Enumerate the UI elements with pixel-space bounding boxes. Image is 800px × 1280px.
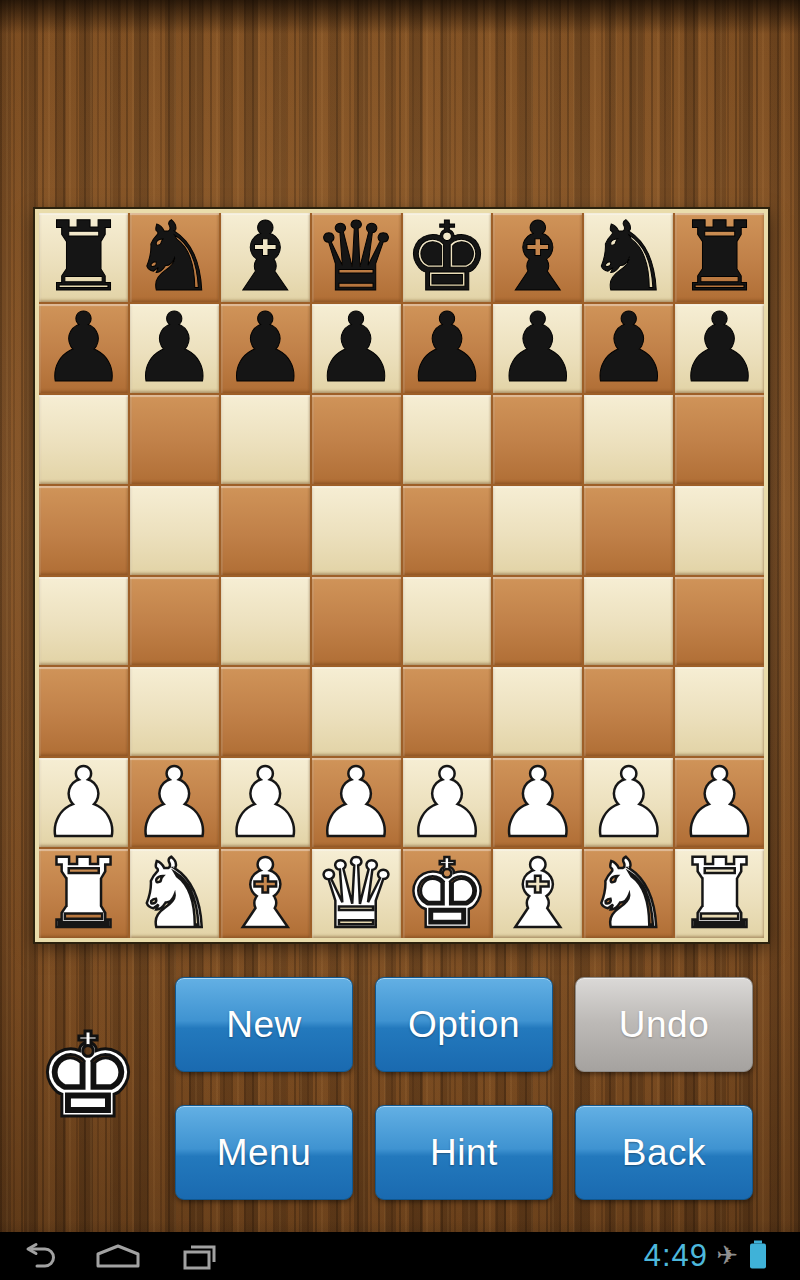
piece-black-knight: ♞ bbox=[131, 214, 217, 300]
option-button[interactable]: Option bbox=[375, 977, 553, 1072]
square-c4[interactable] bbox=[221, 577, 310, 666]
square-b6[interactable] bbox=[130, 395, 219, 484]
piece-white-pawn: ♟ bbox=[40, 760, 126, 846]
piece-white-pawn: ♟ bbox=[313, 760, 399, 846]
piece-black-pawn: ♟ bbox=[40, 305, 126, 391]
chess-board: ♜♞♝♛♚♝♞♜♟♟♟♟♟♟♟♟♟♟♟♟♟♟♟♟♜♞♝♛♚♝♞♜ bbox=[39, 213, 764, 938]
piece-white-pawn: ♟ bbox=[404, 760, 490, 846]
piece-black-bishop: ♝ bbox=[222, 214, 308, 300]
square-g3[interactable] bbox=[584, 667, 673, 756]
square-h6[interactable] bbox=[675, 395, 764, 484]
square-a7[interactable]: ♟ bbox=[39, 304, 128, 393]
piece-white-pawn: ♟ bbox=[495, 760, 581, 846]
square-h5[interactable] bbox=[675, 486, 764, 575]
square-b7[interactable]: ♟ bbox=[130, 304, 219, 393]
piece-white-bishop: ♝ bbox=[495, 851, 581, 937]
square-f4[interactable] bbox=[493, 577, 582, 666]
piece-white-rook: ♜ bbox=[677, 851, 763, 937]
app-root: { "game": "chess", "position": "rnbqkbnr… bbox=[0, 0, 800, 1280]
square-d4[interactable] bbox=[312, 577, 401, 666]
square-a6[interactable] bbox=[39, 395, 128, 484]
square-b4[interactable] bbox=[130, 577, 219, 666]
piece-black-king: ♚ bbox=[404, 214, 490, 300]
undo-button[interactable]: Undo bbox=[575, 977, 753, 1072]
airplane-mode-icon: ✈ bbox=[716, 1240, 738, 1270]
square-b5[interactable] bbox=[130, 486, 219, 575]
piece-white-pawn: ♟ bbox=[222, 760, 308, 846]
square-h4[interactable] bbox=[675, 577, 764, 666]
white-king-turn-indicator-icon: ♚ bbox=[36, 1026, 128, 1126]
piece-white-rook: ♜ bbox=[40, 851, 126, 937]
piece-black-queen: ♛ bbox=[313, 214, 399, 300]
square-e6[interactable] bbox=[403, 395, 492, 484]
square-a5[interactable] bbox=[39, 486, 128, 575]
nav-home-icon[interactable] bbox=[95, 1244, 141, 1268]
square-g7[interactable]: ♟ bbox=[584, 304, 673, 393]
square-e3[interactable] bbox=[403, 667, 492, 756]
battery-icon bbox=[750, 1244, 766, 1269]
square-h3[interactable] bbox=[675, 667, 764, 756]
piece-white-pawn: ♟ bbox=[131, 760, 217, 846]
piece-black-bishop: ♝ bbox=[495, 214, 581, 300]
square-a2[interactable]: ♟ bbox=[39, 758, 128, 847]
piece-black-rook: ♜ bbox=[677, 214, 763, 300]
square-a8[interactable]: ♜ bbox=[39, 213, 128, 302]
square-a4[interactable] bbox=[39, 577, 128, 666]
square-h7[interactable]: ♟ bbox=[675, 304, 764, 393]
hint-button[interactable]: Hint bbox=[375, 1105, 553, 1200]
square-e1[interactable]: ♚ bbox=[403, 849, 492, 938]
square-a1[interactable]: ♜ bbox=[39, 849, 128, 938]
piece-white-knight: ♞ bbox=[586, 851, 672, 937]
square-c6[interactable] bbox=[221, 395, 310, 484]
square-d6[interactable] bbox=[312, 395, 401, 484]
piece-white-queen: ♛ bbox=[313, 851, 399, 937]
square-b2[interactable]: ♟ bbox=[130, 758, 219, 847]
piece-black-pawn: ♟ bbox=[404, 305, 490, 391]
square-d2[interactable]: ♟ bbox=[312, 758, 401, 847]
square-c1[interactable]: ♝ bbox=[221, 849, 310, 938]
new-button[interactable]: New bbox=[175, 977, 353, 1072]
square-f6[interactable] bbox=[493, 395, 582, 484]
square-g1[interactable]: ♞ bbox=[584, 849, 673, 938]
square-e2[interactable]: ♟ bbox=[403, 758, 492, 847]
square-c5[interactable] bbox=[221, 486, 310, 575]
piece-black-pawn: ♟ bbox=[313, 305, 399, 391]
nav-back-icon[interactable] bbox=[22, 1242, 58, 1270]
square-f2[interactable]: ♟ bbox=[493, 758, 582, 847]
status-clock: 4:49 bbox=[644, 1238, 708, 1274]
square-d3[interactable] bbox=[312, 667, 401, 756]
back-button[interactable]: Back bbox=[575, 1105, 753, 1200]
square-b3[interactable] bbox=[130, 667, 219, 756]
square-a3[interactable] bbox=[39, 667, 128, 756]
piece-black-pawn: ♟ bbox=[495, 305, 581, 391]
piece-black-knight: ♞ bbox=[586, 214, 672, 300]
piece-black-pawn: ♟ bbox=[586, 305, 672, 391]
square-f5[interactable] bbox=[493, 486, 582, 575]
square-c8[interactable]: ♝ bbox=[221, 213, 310, 302]
piece-white-bishop: ♝ bbox=[222, 851, 308, 937]
square-g8[interactable]: ♞ bbox=[584, 213, 673, 302]
menu-button[interactable]: Menu bbox=[175, 1105, 353, 1200]
square-c3[interactable] bbox=[221, 667, 310, 756]
square-b1[interactable]: ♞ bbox=[130, 849, 219, 938]
square-f7[interactable]: ♟ bbox=[493, 304, 582, 393]
piece-white-knight: ♞ bbox=[131, 851, 217, 937]
square-g2[interactable]: ♟ bbox=[584, 758, 673, 847]
square-f3[interactable] bbox=[493, 667, 582, 756]
square-d7[interactable]: ♟ bbox=[312, 304, 401, 393]
piece-black-pawn: ♟ bbox=[222, 305, 308, 391]
piece-white-pawn: ♟ bbox=[677, 760, 763, 846]
square-b8[interactable]: ♞ bbox=[130, 213, 219, 302]
piece-white-king: ♚ bbox=[404, 851, 490, 937]
square-h8[interactable]: ♜ bbox=[675, 213, 764, 302]
square-c2[interactable]: ♟ bbox=[221, 758, 310, 847]
square-e4[interactable] bbox=[403, 577, 492, 666]
android-navigation-bar: 4:49 ✈ bbox=[0, 1232, 800, 1280]
square-e7[interactable]: ♟ bbox=[403, 304, 492, 393]
square-h2[interactable]: ♟ bbox=[675, 758, 764, 847]
piece-black-pawn: ♟ bbox=[677, 305, 763, 391]
square-d1[interactable]: ♛ bbox=[312, 849, 401, 938]
square-c7[interactable]: ♟ bbox=[221, 304, 310, 393]
square-e5[interactable] bbox=[403, 486, 492, 575]
nav-recents-icon[interactable] bbox=[182, 1242, 218, 1270]
square-d5[interactable] bbox=[312, 486, 401, 575]
piece-black-pawn: ♟ bbox=[131, 305, 217, 391]
square-g4[interactable] bbox=[584, 577, 673, 666]
piece-black-rook: ♜ bbox=[40, 214, 126, 300]
square-g5[interactable] bbox=[584, 486, 673, 575]
square-d8[interactable]: ♛ bbox=[312, 213, 401, 302]
square-f1[interactable]: ♝ bbox=[493, 849, 582, 938]
chess-board-frame: ♜♞♝♛♚♝♞♜♟♟♟♟♟♟♟♟♟♟♟♟♟♟♟♟♜♞♝♛♚♝♞♜ bbox=[35, 209, 768, 942]
square-e8[interactable]: ♚ bbox=[403, 213, 492, 302]
square-g6[interactable] bbox=[584, 395, 673, 484]
control-button-grid: New Option Undo Menu Hint Back bbox=[175, 977, 753, 1200]
piece-white-pawn: ♟ bbox=[586, 760, 672, 846]
square-f8[interactable]: ♝ bbox=[493, 213, 582, 302]
square-h1[interactable]: ♜ bbox=[675, 849, 764, 938]
